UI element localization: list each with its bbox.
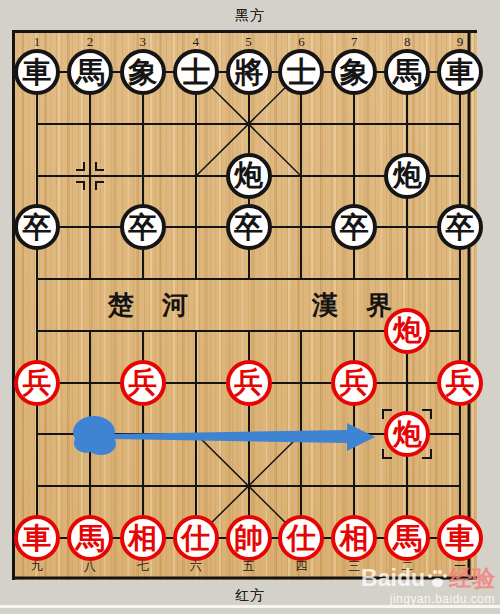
watermark: Baidu 经验 jingyan.baidu.com (361, 567, 495, 605)
watermark-brand-line: Baidu 经验 (361, 567, 495, 590)
black-side-label: 黑方 (0, 7, 500, 25)
xiangqi-tutorial-screenshot: 黑方 123456789 九八七六五四三二一 楚河 漢界 車馬象士將士象馬車炮炮… (0, 0, 500, 614)
xiangqi-board[interactable]: 123456789 九八七六五四三二一 楚河 漢界 車馬象士將士象馬車炮炮卒卒卒… (12, 30, 477, 580)
watermark-brand-suffix: 经验 (449, 567, 495, 590)
watermark-url: jingyan.baidu.com (361, 593, 495, 605)
move-annotation-arrow (12, 30, 477, 580)
paw-icon (427, 569, 447, 589)
watermark-brand-text: Baidu (361, 567, 425, 590)
